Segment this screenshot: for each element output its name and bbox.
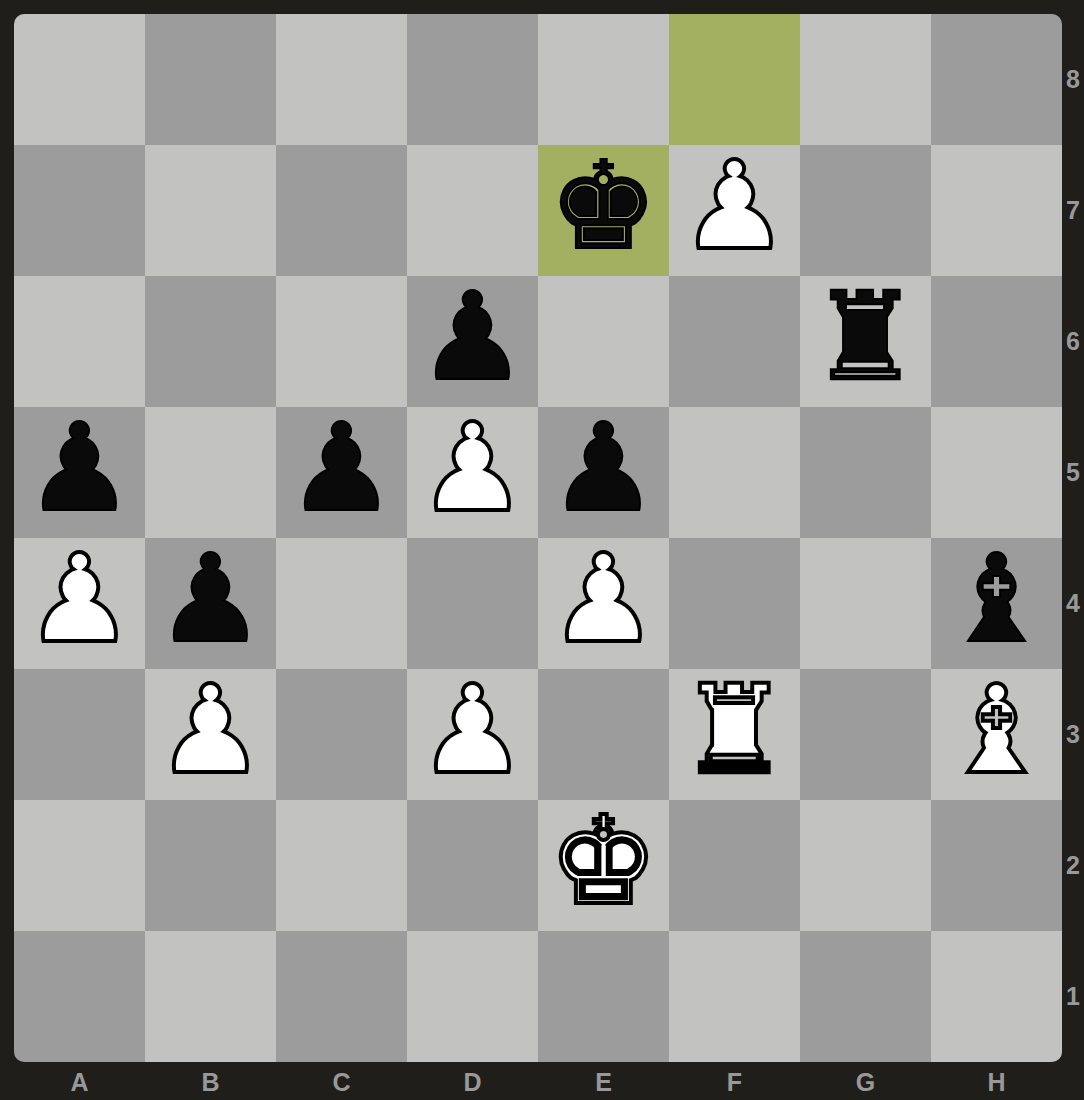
square-c6[interactable] xyxy=(276,276,407,407)
black-king-e7[interactable]: ♚ xyxy=(549,141,658,272)
square-a7[interactable] xyxy=(14,145,145,276)
square-f7[interactable]: ♟ xyxy=(669,145,800,276)
square-d2[interactable] xyxy=(407,800,538,931)
rank-label-4: 4 xyxy=(1062,538,1084,669)
square-f8[interactable] xyxy=(669,14,800,145)
square-d1[interactable] xyxy=(407,931,538,1062)
file-label-d: D xyxy=(407,1066,538,1100)
square-f1[interactable] xyxy=(669,931,800,1062)
white-pawn-b3[interactable]: ♟ xyxy=(156,665,265,796)
square-b6[interactable] xyxy=(145,276,276,407)
square-e2[interactable]: ♚ xyxy=(538,800,669,931)
file-label-f: F xyxy=(669,1066,800,1100)
file-label-b: B xyxy=(145,1066,276,1100)
file-label-c: C xyxy=(276,1066,407,1100)
square-h7[interactable] xyxy=(931,145,1062,276)
square-g4[interactable] xyxy=(800,538,931,669)
square-f2[interactable] xyxy=(669,800,800,931)
rank-label-7: 7 xyxy=(1062,145,1084,276)
square-e6[interactable] xyxy=(538,276,669,407)
square-h6[interactable] xyxy=(931,276,1062,407)
black-pawn-b4[interactable]: ♟ xyxy=(156,534,265,665)
square-a6[interactable] xyxy=(14,276,145,407)
square-c1[interactable] xyxy=(276,931,407,1062)
square-b1[interactable] xyxy=(145,931,276,1062)
square-h1[interactable] xyxy=(931,931,1062,1062)
square-h3[interactable]: ♝ xyxy=(931,669,1062,800)
square-g7[interactable] xyxy=(800,145,931,276)
black-pawn-d6[interactable]: ♟ xyxy=(418,272,527,403)
square-g2[interactable] xyxy=(800,800,931,931)
black-pawn-e5[interactable]: ♟ xyxy=(549,403,658,534)
rank-label-6: 6 xyxy=(1062,276,1084,407)
square-g3[interactable] xyxy=(800,669,931,800)
square-b2[interactable] xyxy=(145,800,276,931)
square-h2[interactable] xyxy=(931,800,1062,931)
white-pawn-d3[interactable]: ♟ xyxy=(418,665,527,796)
square-a5[interactable]: ♟ xyxy=(14,407,145,538)
square-a4[interactable]: ♟ xyxy=(14,538,145,669)
square-e5[interactable]: ♟ xyxy=(538,407,669,538)
rank-label-2: 2 xyxy=(1062,800,1084,931)
square-h4[interactable]: ♝ xyxy=(931,538,1062,669)
square-d5[interactable]: ♟ xyxy=(407,407,538,538)
square-f6[interactable] xyxy=(669,276,800,407)
square-f3[interactable]: ♜ xyxy=(669,669,800,800)
square-d8[interactable] xyxy=(407,14,538,145)
white-rook-f3[interactable]: ♜ xyxy=(680,665,789,796)
square-c8[interactable] xyxy=(276,14,407,145)
square-c7[interactable] xyxy=(276,145,407,276)
chess-board: ♚♟♟♜♟♟♟♟♟♟♟♝♟♟♜♝♚ xyxy=(14,14,1062,1062)
square-g5[interactable] xyxy=(800,407,931,538)
file-label-h: H xyxy=(931,1066,1062,1100)
square-a2[interactable] xyxy=(14,800,145,931)
square-b8[interactable] xyxy=(145,14,276,145)
square-e8[interactable] xyxy=(538,14,669,145)
square-a3[interactable] xyxy=(14,669,145,800)
square-g6[interactable]: ♜ xyxy=(800,276,931,407)
square-d6[interactable]: ♟ xyxy=(407,276,538,407)
rank-label-1: 1 xyxy=(1062,931,1084,1062)
white-pawn-a4[interactable]: ♟ xyxy=(25,534,134,665)
square-b4[interactable]: ♟ xyxy=(145,538,276,669)
white-bishop-h3[interactable]: ♝ xyxy=(942,665,1051,796)
square-g8[interactable] xyxy=(800,14,931,145)
white-king-e2[interactable]: ♚ xyxy=(549,796,658,927)
square-d3[interactable]: ♟ xyxy=(407,669,538,800)
square-b7[interactable] xyxy=(145,145,276,276)
square-g1[interactable] xyxy=(800,931,931,1062)
square-e4[interactable]: ♟ xyxy=(538,538,669,669)
file-label-g: G xyxy=(800,1066,931,1100)
square-d4[interactable] xyxy=(407,538,538,669)
square-h5[interactable] xyxy=(931,407,1062,538)
square-a1[interactable] xyxy=(14,931,145,1062)
square-e7[interactable]: ♚ xyxy=(538,145,669,276)
file-label-a: A xyxy=(14,1066,145,1100)
black-rook-g6[interactable]: ♜ xyxy=(811,272,920,403)
white-pawn-f7[interactable]: ♟ xyxy=(680,141,789,272)
rank-label-5: 5 xyxy=(1062,407,1084,538)
rank-label-3: 3 xyxy=(1062,669,1084,800)
square-f4[interactable] xyxy=(669,538,800,669)
square-c3[interactable] xyxy=(276,669,407,800)
square-d7[interactable] xyxy=(407,145,538,276)
square-b3[interactable]: ♟ xyxy=(145,669,276,800)
square-c4[interactable] xyxy=(276,538,407,669)
white-pawn-e4[interactable]: ♟ xyxy=(549,534,658,665)
chess-app-window: ♚♟♟♜♟♟♟♟♟♟♟♝♟♟♜♝♚ 87654321ABCDEFGH xyxy=(0,0,1084,1100)
square-c5[interactable]: ♟ xyxy=(276,407,407,538)
black-pawn-a5[interactable]: ♟ xyxy=(25,403,134,534)
square-b5[interactable] xyxy=(145,407,276,538)
square-f5[interactable] xyxy=(669,407,800,538)
file-label-e: E xyxy=(538,1066,669,1100)
square-a8[interactable] xyxy=(14,14,145,145)
rank-label-8: 8 xyxy=(1062,14,1084,145)
square-e3[interactable] xyxy=(538,669,669,800)
square-c2[interactable] xyxy=(276,800,407,931)
black-pawn-c5[interactable]: ♟ xyxy=(287,403,396,534)
square-e1[interactable] xyxy=(538,931,669,1062)
white-pawn-d5[interactable]: ♟ xyxy=(418,403,527,534)
square-h8[interactable] xyxy=(931,14,1062,145)
black-bishop-h4[interactable]: ♝ xyxy=(942,534,1051,665)
